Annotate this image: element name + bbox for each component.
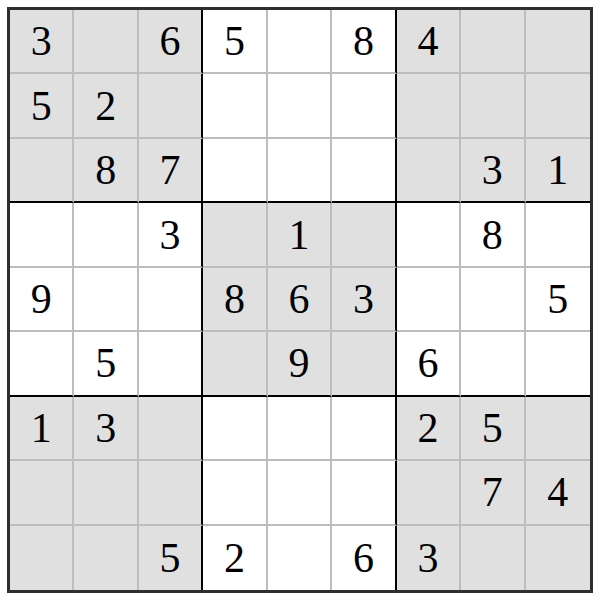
sudoku-cell-r7c4[interactable]: [203, 397, 267, 461]
sudoku-cell-r2c2[interactable]: 2: [74, 74, 138, 138]
sudoku-cell-r6c7[interactable]: 6: [397, 332, 461, 396]
sudoku-cell-r9c8[interactable]: [461, 526, 525, 590]
sudoku-cell-r1c8[interactable]: [461, 10, 525, 74]
sudoku-cell-r7c5[interactable]: [268, 397, 332, 461]
sudoku-cell-r2c6[interactable]: [332, 74, 396, 138]
sudoku-cell-r5c8[interactable]: [461, 268, 525, 332]
sudoku-cell-r5c6[interactable]: 3: [332, 268, 396, 332]
sudoku-board-container: 36584528731318986355961325745263: [7, 7, 593, 593]
sudoku-cell-r4c1[interactable]: [10, 203, 74, 267]
sudoku-cell-r7c1[interactable]: 1: [10, 397, 74, 461]
sudoku-cell-r2c1[interactable]: 5: [10, 74, 74, 138]
sudoku-cell-r9c3[interactable]: 5: [139, 526, 203, 590]
sudoku-cell-r6c3[interactable]: [139, 332, 203, 396]
sudoku-cell-r1c9[interactable]: [526, 10, 590, 74]
sudoku-cell-r6c4[interactable]: [203, 332, 267, 396]
sudoku-cell-r8c7[interactable]: [397, 461, 461, 525]
sudoku-cell-r6c8[interactable]: [461, 332, 525, 396]
sudoku-cell-r8c5[interactable]: [268, 461, 332, 525]
sudoku-cell-r5c9[interactable]: 5: [526, 268, 590, 332]
sudoku-cell-r5c4[interactable]: 8: [203, 268, 267, 332]
sudoku-cell-r6c9[interactable]: [526, 332, 590, 396]
sudoku-cell-r3c7[interactable]: [397, 139, 461, 203]
sudoku-cell-r1c4[interactable]: 5: [203, 10, 267, 74]
sudoku-board: 36584528731318986355961325745263: [7, 7, 593, 593]
sudoku-cell-r4c8[interactable]: 8: [461, 203, 525, 267]
sudoku-cell-r4c9[interactable]: [526, 203, 590, 267]
sudoku-cell-r4c2[interactable]: [74, 203, 138, 267]
sudoku-cell-r2c5[interactable]: [268, 74, 332, 138]
sudoku-cell-r5c2[interactable]: [74, 268, 138, 332]
sudoku-cell-r4c4[interactable]: [203, 203, 267, 267]
sudoku-cell-r5c3[interactable]: [139, 268, 203, 332]
sudoku-cell-r3c2[interactable]: 8: [74, 139, 138, 203]
sudoku-cell-r3c8[interactable]: 3: [461, 139, 525, 203]
sudoku-cell-r8c6[interactable]: [332, 461, 396, 525]
sudoku-cell-r4c7[interactable]: [397, 203, 461, 267]
sudoku-cell-r9c4[interactable]: 2: [203, 526, 267, 590]
sudoku-cell-r3c5[interactable]: [268, 139, 332, 203]
sudoku-cell-r6c5[interactable]: 9: [268, 332, 332, 396]
sudoku-cell-r3c1[interactable]: [10, 139, 74, 203]
sudoku-cell-r9c7[interactable]: 3: [397, 526, 461, 590]
sudoku-cell-r5c1[interactable]: 9: [10, 268, 74, 332]
sudoku-cell-r8c3[interactable]: [139, 461, 203, 525]
sudoku-cell-r8c9[interactable]: 4: [526, 461, 590, 525]
sudoku-cell-r7c9[interactable]: [526, 397, 590, 461]
sudoku-cell-r3c6[interactable]: [332, 139, 396, 203]
sudoku-cell-r6c1[interactable]: [10, 332, 74, 396]
sudoku-cell-r8c2[interactable]: [74, 461, 138, 525]
sudoku-cell-r4c6[interactable]: [332, 203, 396, 267]
sudoku-cell-r7c2[interactable]: 3: [74, 397, 138, 461]
sudoku-cell-r3c9[interactable]: 1: [526, 139, 590, 203]
sudoku-cell-r9c2[interactable]: [74, 526, 138, 590]
sudoku-cell-r7c7[interactable]: 2: [397, 397, 461, 461]
sudoku-cell-r3c4[interactable]: [203, 139, 267, 203]
sudoku-cell-r7c6[interactable]: [332, 397, 396, 461]
sudoku-cell-r5c7[interactable]: [397, 268, 461, 332]
sudoku-cell-r9c6[interactable]: 6: [332, 526, 396, 590]
sudoku-cell-r2c4[interactable]: [203, 74, 267, 138]
sudoku-cell-r4c5[interactable]: 1: [268, 203, 332, 267]
sudoku-cell-r1c1[interactable]: 3: [10, 10, 74, 74]
sudoku-cell-r7c8[interactable]: 5: [461, 397, 525, 461]
sudoku-cell-r1c6[interactable]: 8: [332, 10, 396, 74]
sudoku-cell-r8c8[interactable]: 7: [461, 461, 525, 525]
sudoku-cell-r6c2[interactable]: 5: [74, 332, 138, 396]
sudoku-cell-r2c9[interactable]: [526, 74, 590, 138]
sudoku-cell-r2c8[interactable]: [461, 74, 525, 138]
sudoku-cell-r8c4[interactable]: [203, 461, 267, 525]
sudoku-cell-r4c3[interactable]: 3: [139, 203, 203, 267]
sudoku-cell-r3c3[interactable]: 7: [139, 139, 203, 203]
sudoku-cell-r9c5[interactable]: [268, 526, 332, 590]
sudoku-cell-r6c6[interactable]: [332, 332, 396, 396]
sudoku-cell-r9c1[interactable]: [10, 526, 74, 590]
sudoku-cell-r8c1[interactable]: [10, 461, 74, 525]
sudoku-cell-r2c7[interactable]: [397, 74, 461, 138]
sudoku-cell-r7c3[interactable]: [139, 397, 203, 461]
sudoku-cell-r9c9[interactable]: [526, 526, 590, 590]
sudoku-cell-r1c3[interactable]: 6: [139, 10, 203, 74]
sudoku-cell-r1c2[interactable]: [74, 10, 138, 74]
sudoku-cell-r2c3[interactable]: [139, 74, 203, 138]
sudoku-cell-r1c7[interactable]: 4: [397, 10, 461, 74]
sudoku-cell-r1c5[interactable]: [268, 10, 332, 74]
sudoku-cell-r5c5[interactable]: 6: [268, 268, 332, 332]
